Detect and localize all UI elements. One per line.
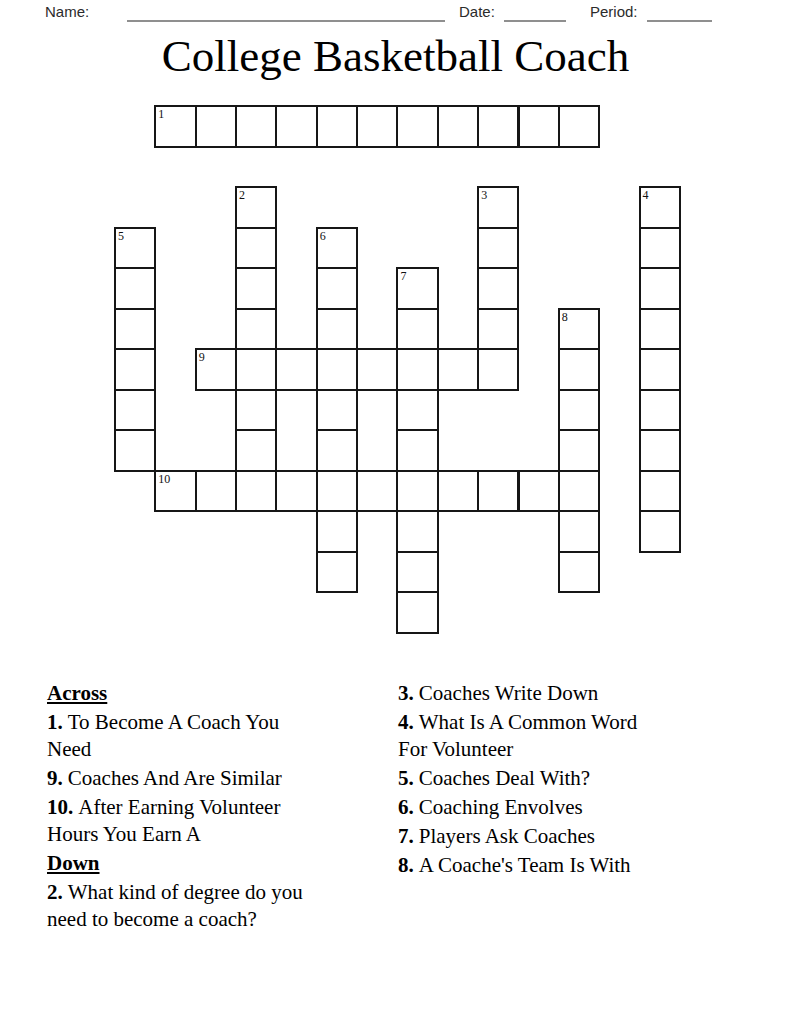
- across-clue-list: 1.To Become A Coach You Need9.Coaches An…: [47, 709, 323, 848]
- grid-cell-r5c11[interactable]: 8: [558, 308, 600, 351]
- grid-cell-r6c11[interactable]: [558, 348, 600, 391]
- grid-cell-r8c5[interactable]: [316, 429, 358, 472]
- clue-across-1-number: 1.: [47, 710, 63, 734]
- grid-cell-r11c5[interactable]: [316, 551, 358, 594]
- grid-cell-r10c5[interactable]: [316, 510, 358, 553]
- grid-cell-r6c13[interactable]: [639, 348, 681, 391]
- grid-cell-r5c9[interactable]: [477, 308, 519, 351]
- grid-cell-r6c0[interactable]: [114, 348, 156, 391]
- grid-cell-r8c11[interactable]: [558, 429, 600, 472]
- grid-cell-r8c3[interactable]: [235, 429, 277, 472]
- clue-down-7: 7.Players Ask Coaches: [398, 823, 666, 850]
- grid-cell-r9c8[interactable]: [437, 470, 479, 513]
- clues-left-column: Across 1.To Become A Coach You Need9.Coa…: [47, 680, 323, 935]
- clue-number: 5: [118, 229, 124, 243]
- grid-cell-r3c9[interactable]: [477, 227, 519, 270]
- clue-down-3-number: 3.: [398, 681, 414, 705]
- clue-across-1-text: To Become A Coach You Need: [47, 710, 279, 761]
- grid-cell-r5c0[interactable]: [114, 308, 156, 351]
- grid-cell-r6c2[interactable]: 9: [195, 348, 237, 391]
- down-header: Down: [47, 850, 323, 877]
- clue-down-5: 5.Coaches Deal With?: [398, 765, 666, 792]
- grid-cell-r3c3[interactable]: [235, 227, 277, 270]
- grid-cell-r8c13[interactable]: [639, 429, 681, 472]
- clue-down-2: 2.What kind of degree do you need to bec…: [47, 879, 323, 933]
- clue-down-7-text: Players Ask Coaches: [419, 824, 595, 848]
- clue-number: 3: [481, 188, 487, 202]
- grid-cell-r0c8[interactable]: [437, 105, 479, 148]
- grid-cell-r9c6[interactable]: [356, 470, 398, 513]
- clue-down-4-text: What Is A Common Word For Volunteer: [398, 710, 637, 761]
- clue-down-3-text: Coaches Write Down: [419, 681, 599, 705]
- puzzle-title: College Basketball Coach: [0, 30, 791, 82]
- grid-cell-r7c13[interactable]: [639, 389, 681, 432]
- clue-number: 4: [643, 188, 649, 202]
- grid-cell-r0c11[interactable]: [558, 105, 600, 148]
- clue-number: 9: [199, 350, 205, 364]
- grid-cell-r6c3[interactable]: [235, 348, 277, 391]
- grid-cell-r12c7[interactable]: [396, 591, 438, 634]
- grid-cell-r6c9[interactable]: [477, 348, 519, 391]
- clue-across-9-text: Coaches And Are Similar: [68, 766, 282, 790]
- grid-cell-r0c4[interactable]: [275, 105, 317, 148]
- grid-cell-r0c10[interactable]: [518, 105, 560, 148]
- clue-number: 10: [158, 472, 170, 486]
- clue-across-10: 10.After Earning Volunteer Hours You Ear…: [47, 794, 323, 848]
- grid-cell-r0c3[interactable]: [235, 105, 277, 148]
- clue-number: 2: [239, 188, 245, 202]
- grid-cell-r7c5[interactable]: [316, 389, 358, 432]
- period-input-line[interactable]: [647, 20, 712, 22]
- grid-cell-r7c7[interactable]: [396, 389, 438, 432]
- grid-cell-r0c1[interactable]: 1: [154, 105, 196, 148]
- grid-cell-r5c5[interactable]: [316, 308, 358, 351]
- grid-cell-r4c9[interactable]: [477, 267, 519, 310]
- clue-down-4-number: 4.: [398, 710, 414, 734]
- grid-cell-r10c13[interactable]: [639, 510, 681, 553]
- clue-across-9: 9.Coaches And Are Similar: [47, 765, 323, 792]
- grid-cell-r0c9[interactable]: [477, 105, 519, 148]
- clue-down-7-number: 7.: [398, 824, 414, 848]
- grid-cell-r4c3[interactable]: [235, 267, 277, 310]
- grid-cell-r6c4[interactable]: [275, 348, 317, 391]
- grid-cell-r9c2[interactable]: [195, 470, 237, 513]
- grid-cell-r9c3[interactable]: [235, 470, 277, 513]
- grid-cell-r5c3[interactable]: [235, 308, 277, 351]
- grid-cell-r9c4[interactable]: [275, 470, 317, 513]
- grid-cell-r10c11[interactable]: [558, 510, 600, 553]
- grid-cell-r2c3[interactable]: 2: [235, 186, 277, 229]
- down-clue-list-right: 3.Coaches Write Down4.What Is A Common W…: [398, 680, 666, 879]
- worksheet-page: Name: Date: Period: College Basketball C…: [0, 0, 791, 1024]
- grid-cell-r9c11[interactable]: [558, 470, 600, 513]
- grid-cell-r5c13[interactable]: [639, 308, 681, 351]
- grid-cell-r6c8[interactable]: [437, 348, 479, 391]
- clue-down-5-number: 5.: [398, 766, 414, 790]
- grid-cell-r7c3[interactable]: [235, 389, 277, 432]
- grid-cell-r4c13[interactable]: [639, 267, 681, 310]
- clue-down-8-text: A Coache's Team Is With: [419, 853, 631, 877]
- down-clue-list-left: 2.What kind of degree do you need to bec…: [47, 879, 323, 933]
- date-label: Date:: [459, 3, 495, 21]
- grid-cell-r4c7[interactable]: 7: [396, 267, 438, 310]
- clue-across-1: 1.To Become A Coach You Need: [47, 709, 323, 763]
- grid-cell-r11c7[interactable]: [396, 551, 438, 594]
- clue-down-2-text: What kind of degree do you need to becom…: [47, 880, 303, 931]
- grid-cell-r6c6[interactable]: [356, 348, 398, 391]
- grid-cell-r0c2[interactable]: [195, 105, 237, 148]
- clue-down-2-number: 2.: [47, 880, 63, 904]
- grid-cell-r9c5[interactable]: [316, 470, 358, 513]
- clue-down-8-number: 8.: [398, 853, 414, 877]
- grid-cell-r9c13[interactable]: [639, 470, 681, 513]
- clue-number: 6: [320, 229, 326, 243]
- grid-cell-r2c9[interactable]: 3: [477, 186, 519, 229]
- grid-cell-r8c0[interactable]: [114, 429, 156, 472]
- grid-cell-r7c11[interactable]: [558, 389, 600, 432]
- grid-cell-r6c5[interactable]: [316, 348, 358, 391]
- grid-cell-r0c7[interactable]: [396, 105, 438, 148]
- grid-cell-r0c6[interactable]: [356, 105, 398, 148]
- grid-cell-r3c0[interactable]: 5: [114, 227, 156, 270]
- grid-cell-r9c1[interactable]: 10: [154, 470, 196, 513]
- grid-cell-r7c0[interactable]: [114, 389, 156, 432]
- grid-cell-r4c0[interactable]: [114, 267, 156, 310]
- grid-cell-r3c5[interactable]: 6: [316, 227, 358, 270]
- clue-number: 8: [562, 310, 568, 324]
- name-label: Name:: [45, 3, 89, 21]
- clues-right-column: 3.Coaches Write Down4.What Is A Common W…: [398, 680, 666, 881]
- clue-down-3: 3.Coaches Write Down: [398, 680, 666, 707]
- clue-down-6-number: 6.: [398, 795, 414, 819]
- grid-cell-r9c9[interactable]: [477, 470, 519, 513]
- name-input-line[interactable]: [127, 20, 445, 22]
- grid-cell-r6c7[interactable]: [396, 348, 438, 391]
- grid-cell-r4c5[interactable]: [316, 267, 358, 310]
- clue-down-4: 4.What Is A Common Word For Volunteer: [398, 709, 666, 763]
- clue-number: 7: [400, 269, 406, 283]
- clue-down-6-text: Coaching Envolves: [419, 795, 583, 819]
- clue-down-6: 6.Coaching Envolves: [398, 794, 666, 821]
- grid-cell-r3c13[interactable]: [639, 227, 681, 270]
- date-input-line[interactable]: [504, 20, 566, 22]
- grid-cell-r2c13[interactable]: 4: [639, 186, 681, 229]
- grid-cell-r10c7[interactable]: [396, 510, 438, 553]
- clue-across-10-text: After Earning Volunteer Hours You Earn A: [47, 795, 280, 846]
- grid-cell-r11c11[interactable]: [558, 551, 600, 594]
- grid-cell-r0c5[interactable]: [316, 105, 358, 148]
- clue-across-9-number: 9.: [47, 766, 63, 790]
- grid-cell-r5c7[interactable]: [396, 308, 438, 351]
- period-label: Period:: [590, 3, 638, 21]
- clue-across-10-number: 10.: [47, 795, 73, 819]
- clue-down-5-text: Coaches Deal With?: [419, 766, 590, 790]
- grid-cell-r9c10[interactable]: [518, 470, 560, 513]
- clue-down-8: 8.A Coache's Team Is With: [398, 852, 666, 879]
- clue-number: 1: [158, 107, 164, 121]
- grid-cell-r8c7[interactable]: [396, 429, 438, 472]
- grid-cell-r9c7[interactable]: [396, 470, 438, 513]
- across-header: Across: [47, 680, 323, 707]
